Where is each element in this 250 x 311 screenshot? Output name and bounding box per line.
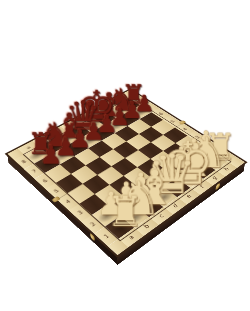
coord-rank-4-right: 4 bbox=[175, 123, 195, 136]
brass-clasp-front bbox=[215, 182, 220, 190]
product-photo: abcdefgh8♜♞♝♛♚♝♞♜87♟♟♟♟♟♟♟♟7665544332♟♟♟… bbox=[0, 0, 250, 311]
chess-board-grid: abcdefgh8♜♞♝♛♚♝♞♜87♟♟♟♟♟♟♟♟7665544332♟♟♟… bbox=[7, 90, 244, 255]
square-d4 bbox=[111, 158, 137, 176]
chess-board-3d: abcdefgh8♜♞♝♛♚♝♞♜87♟♟♟♟♟♟♟♟7665544332♟♟♟… bbox=[7, 90, 244, 255]
square-g1: ♞ bbox=[189, 161, 215, 179]
piece-shadow bbox=[107, 218, 133, 238]
piece-white-rook-h1: ♜ bbox=[200, 130, 241, 165]
brass-clasp-left bbox=[90, 232, 95, 241]
